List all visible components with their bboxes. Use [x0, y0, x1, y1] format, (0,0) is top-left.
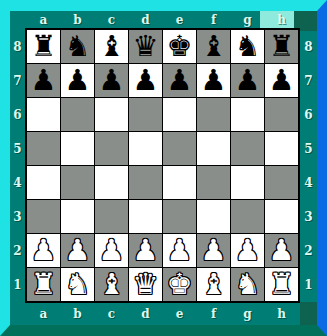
square-c6[interactable] [95, 98, 128, 131]
square-d8[interactable]: ♛ [129, 30, 162, 63]
piece-white-knight[interactable]: ♞ [65, 268, 91, 301]
square-h6[interactable] [265, 98, 298, 131]
file-label-f: f [197, 11, 230, 28]
piece-white-knight[interactable]: ♞ [235, 268, 261, 301]
file-label-e: e [163, 11, 196, 28]
file-label-c: c [95, 11, 128, 28]
file-label-b: b [61, 303, 94, 325]
square-c7[interactable]: ♟ [95, 64, 128, 97]
piece-white-pawn[interactable]: ♟ [99, 234, 125, 267]
piece-black-queen[interactable]: ♛ [133, 30, 159, 63]
rank-label-2: 2 [300, 234, 317, 267]
square-c1[interactable]: ♝ [95, 268, 128, 301]
piece-black-bishop[interactable]: ♝ [201, 30, 227, 63]
square-b7[interactable]: ♟ [61, 64, 94, 97]
file-labels-top: abcdefgh [27, 11, 298, 28]
square-a4[interactable] [27, 166, 60, 199]
square-f8[interactable]: ♝ [197, 30, 230, 63]
piece-white-bishop[interactable]: ♝ [99, 268, 125, 301]
square-f5[interactable] [197, 132, 230, 165]
square-b6[interactable] [61, 98, 94, 131]
rank-label-7: 7 [10, 64, 25, 97]
piece-white-pawn[interactable]: ♟ [201, 234, 227, 267]
file-labels-bottom: abcdefgh [27, 303, 298, 325]
rank-label-7: 7 [300, 64, 317, 97]
piece-black-pawn[interactable]: ♟ [235, 64, 261, 97]
square-f3[interactable] [197, 200, 230, 233]
piece-white-pawn[interactable]: ♟ [269, 234, 295, 267]
square-a2[interactable]: ♟ [27, 234, 60, 267]
rank-labels-left: 87654321 [10, 30, 25, 301]
square-f6[interactable] [197, 98, 230, 131]
rank-labels-right: 87654321 [300, 30, 317, 301]
square-a5[interactable] [27, 132, 60, 165]
piece-black-pawn[interactable]: ♟ [31, 64, 57, 97]
piece-white-bishop[interactable]: ♝ [201, 268, 227, 301]
square-c5[interactable] [95, 132, 128, 165]
square-d3[interactable] [129, 200, 162, 233]
square-h2[interactable]: ♟ [265, 234, 298, 267]
piece-black-pawn[interactable]: ♟ [269, 64, 295, 97]
square-h4[interactable] [265, 166, 298, 199]
square-g6[interactable] [231, 98, 264, 131]
square-e1[interactable]: ♚ [163, 268, 196, 301]
square-a8[interactable]: ♜ [27, 30, 60, 63]
file-label-g: g [231, 303, 264, 325]
piece-black-knight[interactable]: ♞ [235, 30, 261, 63]
chess-board[interactable]: ♜♞♝♛♚♝♞♜♟♟♟♟♟♟♟♟♟♟♟♟♟♟♟♟♜♞♝♛♚♝♞♜ [25, 28, 300, 303]
square-c8[interactable]: ♝ [95, 30, 128, 63]
square-d6[interactable] [129, 98, 162, 131]
rank-label-3: 3 [300, 200, 317, 233]
square-e7[interactable]: ♟ [163, 64, 196, 97]
board-band: abcdefgh 87654321 87654321 abcdefgh ♜♞♝♛… [10, 11, 317, 325]
rank-label-6: 6 [300, 98, 317, 131]
piece-white-rook[interactable]: ♜ [31, 268, 57, 301]
square-b2[interactable]: ♟ [61, 234, 94, 267]
square-g3[interactable] [231, 200, 264, 233]
square-g8[interactable]: ♞ [231, 30, 264, 63]
piece-black-rook[interactable]: ♜ [269, 30, 295, 63]
piece-black-pawn[interactable]: ♟ [65, 64, 91, 97]
rank-label-4: 4 [10, 166, 25, 199]
piece-black-pawn[interactable]: ♟ [133, 64, 159, 97]
square-f2[interactable]: ♟ [197, 234, 230, 267]
rank-label-3: 3 [10, 200, 25, 233]
square-g4[interactable] [231, 166, 264, 199]
square-h8[interactable]: ♜ [265, 30, 298, 63]
rank-label-4: 4 [300, 166, 317, 199]
band-corner-shadow-bottom [300, 302, 317, 325]
square-g5[interactable] [231, 132, 264, 165]
chess-app-window: abcdefgh 87654321 87654321 abcdefgh ♜♞♝♛… [0, 0, 327, 336]
file-label-a: a [27, 11, 60, 28]
file-label-c: c [95, 303, 128, 325]
piece-black-pawn[interactable]: ♟ [99, 64, 125, 97]
piece-black-pawn[interactable]: ♟ [167, 64, 193, 97]
square-d5[interactable] [129, 132, 162, 165]
piece-white-king[interactable]: ♚ [167, 268, 193, 301]
square-a6[interactable] [27, 98, 60, 131]
square-b3[interactable] [61, 200, 94, 233]
piece-white-pawn[interactable]: ♟ [133, 234, 159, 267]
square-d2[interactable]: ♟ [129, 234, 162, 267]
file-label-f: f [197, 303, 230, 325]
square-e6[interactable] [163, 98, 196, 131]
square-a7[interactable]: ♟ [27, 64, 60, 97]
square-e3[interactable] [163, 200, 196, 233]
rank-label-8: 8 [10, 30, 25, 63]
piece-black-rook[interactable]: ♜ [31, 30, 57, 63]
square-h5[interactable] [265, 132, 298, 165]
square-c3[interactable] [95, 200, 128, 233]
file-label-e: e [163, 303, 196, 325]
square-e4[interactable] [163, 166, 196, 199]
piece-white-pawn[interactable]: ♟ [235, 234, 261, 267]
piece-white-pawn[interactable]: ♟ [167, 234, 193, 267]
square-c2[interactable]: ♟ [95, 234, 128, 267]
rank-label-2: 2 [10, 234, 25, 267]
square-d1[interactable]: ♛ [129, 268, 162, 301]
square-b4[interactable] [61, 166, 94, 199]
square-b5[interactable] [61, 132, 94, 165]
square-a3[interactable] [27, 200, 60, 233]
rank-label-8: 8 [300, 30, 317, 63]
file-label-d: d [129, 303, 162, 325]
square-e8[interactable]: ♚ [163, 30, 196, 63]
file-label-g: g [231, 11, 264, 28]
piece-black-king[interactable]: ♚ [167, 30, 193, 63]
file-label-a: a [27, 303, 60, 325]
square-e5[interactable] [163, 132, 196, 165]
piece-black-pawn[interactable]: ♟ [201, 64, 227, 97]
piece-white-queen[interactable]: ♛ [133, 268, 159, 301]
square-d7[interactable]: ♟ [129, 64, 162, 97]
square-b8[interactable]: ♞ [61, 30, 94, 63]
file-label-b: b [61, 11, 94, 28]
file-label-h: h [265, 303, 298, 325]
square-g2[interactable]: ♟ [231, 234, 264, 267]
square-b1[interactable]: ♞ [61, 268, 94, 301]
square-e2[interactable]: ♟ [163, 234, 196, 267]
square-h3[interactable] [265, 200, 298, 233]
square-a1[interactable]: ♜ [27, 268, 60, 301]
square-f7[interactable]: ♟ [197, 64, 230, 97]
piece-white-pawn[interactable]: ♟ [31, 234, 57, 267]
square-h7[interactable]: ♟ [265, 64, 298, 97]
square-f1[interactable]: ♝ [197, 268, 230, 301]
piece-white-rook[interactable]: ♜ [269, 268, 295, 301]
square-g7[interactable]: ♟ [231, 64, 264, 97]
rank-label-1: 1 [10, 268, 25, 301]
square-h1[interactable]: ♜ [265, 268, 298, 301]
piece-white-pawn[interactable]: ♟ [65, 234, 91, 267]
rank-label-5: 5 [300, 132, 317, 165]
square-g1[interactable]: ♞ [231, 268, 264, 301]
square-c4[interactable] [95, 166, 128, 199]
piece-black-knight[interactable]: ♞ [65, 30, 91, 63]
file-label-d: d [129, 11, 162, 28]
square-d4[interactable] [129, 166, 162, 199]
rank-label-5: 5 [10, 132, 25, 165]
chessboard-frame: abcdefgh 87654321 87654321 abcdefgh ♜♞♝♛… [0, 0, 327, 336]
file-label-h: h [265, 11, 298, 28]
piece-black-bishop[interactable]: ♝ [99, 30, 125, 63]
rank-label-1: 1 [300, 268, 317, 301]
rank-label-6: 6 [10, 98, 25, 131]
square-f4[interactable] [197, 166, 230, 199]
